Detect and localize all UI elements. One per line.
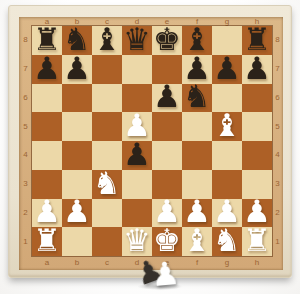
square-a6[interactable] <box>32 84 62 113</box>
chess-board-grid: ♜♞♝♛♚♝♜♟♟♟♟♟♟♞♟♝♟♞♟♟♟♟♟♟♜♛♚♝♞♜ <box>32 26 272 256</box>
square-a5[interactable] <box>32 112 62 141</box>
white-pawn[interactable]: ♟ <box>63 196 91 227</box>
square-f5[interactable] <box>182 112 212 141</box>
rank-label-8: 8 <box>275 36 279 44</box>
rank-labels-left: 87654321 <box>19 26 32 256</box>
rank-label-4: 4 <box>23 151 27 159</box>
white-king[interactable]: ♚ <box>153 225 181 256</box>
square-f1[interactable]: ♝ <box>182 227 212 256</box>
square-g1[interactable]: ♞ <box>212 227 242 256</box>
black-pawn[interactable]: ♟ <box>33 53 61 84</box>
square-d7[interactable] <box>122 55 152 84</box>
square-e8[interactable]: ♚ <box>152 26 182 55</box>
black-pawn[interactable]: ♟ <box>213 53 241 84</box>
rank-label-1: 1 <box>23 238 27 246</box>
square-f4[interactable] <box>182 141 212 170</box>
rank-label-8: 8 <box>23 36 27 44</box>
rank-label-4: 4 <box>275 151 279 159</box>
square-h4[interactable] <box>242 141 272 170</box>
file-label-h: h <box>255 259 259 267</box>
square-c8[interactable]: ♝ <box>92 26 122 55</box>
square-c5[interactable] <box>92 112 122 141</box>
square-d4[interactable]: ♟ <box>122 141 152 170</box>
square-c6[interactable] <box>92 84 122 113</box>
black-king[interactable]: ♚ <box>153 24 181 55</box>
file-label-a: a <box>45 259 49 267</box>
file-label-f: f <box>196 259 198 267</box>
file-label-g: g <box>225 259 229 267</box>
square-a1[interactable]: ♜ <box>32 227 62 256</box>
rank-label-2: 2 <box>275 209 279 217</box>
rank-label-1: 1 <box>275 238 279 246</box>
black-pawn[interactable]: ♟ <box>63 53 91 84</box>
square-h1[interactable]: ♜ <box>242 227 272 256</box>
square-f6[interactable]: ♞ <box>182 84 212 113</box>
square-d1[interactable]: ♛ <box>122 227 152 256</box>
square-b4[interactable] <box>62 141 92 170</box>
white-knight[interactable]: ♞ <box>93 168 121 199</box>
square-b7[interactable]: ♟ <box>62 55 92 84</box>
rank-label-5: 5 <box>275 123 279 131</box>
square-d8[interactable]: ♛ <box>122 26 152 55</box>
square-b6[interactable] <box>62 84 92 113</box>
square-g4[interactable] <box>212 141 242 170</box>
square-c2[interactable] <box>92 199 122 228</box>
square-e4[interactable] <box>152 141 182 170</box>
square-c3[interactable]: ♞ <box>92 170 122 199</box>
square-b5[interactable] <box>62 112 92 141</box>
black-pawn[interactable]: ♟ <box>153 81 181 112</box>
captured-white-pawn[interactable]: ♟ <box>150 257 181 291</box>
rank-label-6: 6 <box>23 94 27 102</box>
file-label-c: c <box>105 259 109 267</box>
file-label-b: b <box>75 259 79 267</box>
black-queen[interactable]: ♛ <box>123 24 151 55</box>
rank-label-3: 3 <box>23 180 27 188</box>
rank-labels-right: 87654321 <box>272 26 283 256</box>
rank-label-6: 6 <box>275 94 279 102</box>
board-frame: abcdefgh 87654321 ♜♞♝♛♚♝♜♟♟♟♟♟♟♞♟♝♟♞♟♟♟♟… <box>8 5 292 278</box>
white-rook[interactable]: ♜ <box>243 225 271 256</box>
white-bishop[interactable]: ♝ <box>183 225 211 256</box>
black-bishop[interactable]: ♝ <box>93 24 121 55</box>
black-pawn[interactable]: ♟ <box>243 53 271 84</box>
rank-label-3: 3 <box>275 180 279 188</box>
white-bishop[interactable]: ♝ <box>213 110 241 141</box>
square-b2[interactable]: ♟ <box>62 199 92 228</box>
square-h7[interactable]: ♟ <box>242 55 272 84</box>
white-knight[interactable]: ♞ <box>213 225 241 256</box>
square-h5[interactable] <box>242 112 272 141</box>
square-c7[interactable] <box>92 55 122 84</box>
rank-label-7: 7 <box>275 65 279 73</box>
black-pawn[interactable]: ♟ <box>123 139 151 170</box>
square-d3[interactable] <box>122 170 152 199</box>
square-g5[interactable]: ♝ <box>212 112 242 141</box>
rank-label-7: 7 <box>23 65 27 73</box>
rank-label-5: 5 <box>23 123 27 131</box>
rank-label-2: 2 <box>23 209 27 217</box>
square-a4[interactable] <box>32 141 62 170</box>
square-b1[interactable] <box>62 227 92 256</box>
demo-chess-board-photo: abcdefgh 87654321 ♜♞♝♛♚♝♜♟♟♟♟♟♟♞♟♝♟♞♟♟♟♟… <box>0 0 300 294</box>
square-e6[interactable]: ♟ <box>152 84 182 113</box>
square-h6[interactable] <box>242 84 272 113</box>
square-a7[interactable]: ♟ <box>32 55 62 84</box>
square-e5[interactable] <box>152 112 182 141</box>
white-queen[interactable]: ♛ <box>123 225 151 256</box>
square-c1[interactable] <box>92 227 122 256</box>
file-label-g: g <box>225 18 229 26</box>
white-rook[interactable]: ♜ <box>33 225 61 256</box>
board-surface: abcdefgh 87654321 ♜♞♝♛♚♝♜♟♟♟♟♟♟♞♟♝♟♞♟♟♟♟… <box>19 17 283 270</box>
square-g7[interactable]: ♟ <box>212 55 242 84</box>
black-knight[interactable]: ♞ <box>183 81 211 112</box>
